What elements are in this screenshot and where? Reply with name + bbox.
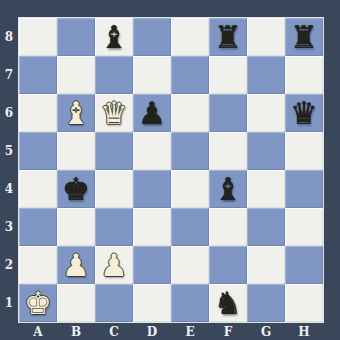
square-f4[interactable]: ♝ [209, 170, 247, 208]
square-c5[interactable] [95, 132, 133, 170]
square-f1[interactable]: ♞ [209, 284, 247, 322]
file-label-h: H [285, 324, 323, 340]
rank-label-6: 6 [0, 94, 18, 132]
square-b5[interactable] [57, 132, 95, 170]
chess-board: ♝♜♜♝♛♟♛♚♝♟♟♚♞ [19, 18, 323, 322]
square-f7[interactable] [209, 56, 247, 94]
square-g1[interactable] [247, 284, 285, 322]
square-a5[interactable] [19, 132, 57, 170]
square-a4[interactable] [19, 170, 57, 208]
square-f2[interactable] [209, 246, 247, 284]
white-pawn-icon[interactable]: ♟ [57, 246, 95, 284]
square-a3[interactable] [19, 208, 57, 246]
square-e7[interactable] [171, 56, 209, 94]
file-label-a: A [19, 324, 57, 340]
square-d6[interactable]: ♟ [133, 94, 171, 132]
square-d5[interactable] [133, 132, 171, 170]
square-d4[interactable] [133, 170, 171, 208]
square-f5[interactable] [209, 132, 247, 170]
white-king-icon[interactable]: ♚ [19, 284, 57, 322]
square-h2[interactable] [285, 246, 323, 284]
black-pawn-icon[interactable]: ♟ [133, 94, 171, 132]
black-rook-icon[interactable]: ♜ [285, 18, 323, 56]
chess-board-frame: 87654321 ♝♜♜♝♛♟♛♚♝♟♟♚♞ ABCDEFGH [0, 0, 340, 340]
rank-label-4: 4 [0, 170, 18, 208]
black-king-icon[interactable]: ♚ [57, 170, 95, 208]
chess-board-border: ♝♜♜♝♛♟♛♚♝♟♟♚♞ [18, 17, 324, 323]
square-c2[interactable]: ♟ [95, 246, 133, 284]
black-rook-icon[interactable]: ♜ [209, 18, 247, 56]
file-labels: ABCDEFGH [19, 324, 323, 340]
square-e5[interactable] [171, 132, 209, 170]
file-label-c: C [95, 324, 133, 340]
square-c8[interactable]: ♝ [95, 18, 133, 56]
square-e4[interactable] [171, 170, 209, 208]
square-g2[interactable] [247, 246, 285, 284]
rank-label-7: 7 [0, 56, 18, 94]
square-c3[interactable] [95, 208, 133, 246]
square-h6[interactable]: ♛ [285, 94, 323, 132]
square-d8[interactable] [133, 18, 171, 56]
square-a6[interactable] [19, 94, 57, 132]
rank-label-2: 2 [0, 246, 18, 284]
file-label-d: D [133, 324, 171, 340]
file-label-e: E [171, 324, 209, 340]
white-bishop-icon[interactable]: ♝ [57, 94, 95, 132]
square-d1[interactable] [133, 284, 171, 322]
square-c4[interactable] [95, 170, 133, 208]
square-a8[interactable] [19, 18, 57, 56]
square-d3[interactable] [133, 208, 171, 246]
rank-labels: 87654321 [0, 18, 18, 322]
square-a2[interactable] [19, 246, 57, 284]
black-bishop-icon[interactable]: ♝ [209, 170, 247, 208]
square-h5[interactable] [285, 132, 323, 170]
square-h1[interactable] [285, 284, 323, 322]
white-queen-icon[interactable]: ♛ [95, 94, 133, 132]
square-c1[interactable] [95, 284, 133, 322]
square-a7[interactable] [19, 56, 57, 94]
rank-label-3: 3 [0, 208, 18, 246]
square-g7[interactable] [247, 56, 285, 94]
square-h7[interactable] [285, 56, 323, 94]
square-e2[interactable] [171, 246, 209, 284]
square-e8[interactable] [171, 18, 209, 56]
square-h8[interactable]: ♜ [285, 18, 323, 56]
square-c6[interactable]: ♛ [95, 94, 133, 132]
rank-label-5: 5 [0, 132, 18, 170]
file-label-f: F [209, 324, 247, 340]
file-label-b: B [57, 324, 95, 340]
black-bishop-icon[interactable]: ♝ [95, 18, 133, 56]
square-f6[interactable] [209, 94, 247, 132]
square-c7[interactable] [95, 56, 133, 94]
square-d2[interactable] [133, 246, 171, 284]
black-queen-icon[interactable]: ♛ [285, 94, 323, 132]
square-b4[interactable]: ♚ [57, 170, 95, 208]
square-g6[interactable] [247, 94, 285, 132]
square-h3[interactable] [285, 208, 323, 246]
white-pawn-icon[interactable]: ♟ [95, 246, 133, 284]
square-b8[interactable] [57, 18, 95, 56]
square-h4[interactable] [285, 170, 323, 208]
square-e1[interactable] [171, 284, 209, 322]
square-b3[interactable] [57, 208, 95, 246]
square-a1[interactable]: ♚ [19, 284, 57, 322]
rank-label-8: 8 [0, 18, 18, 56]
square-g5[interactable] [247, 132, 285, 170]
square-e6[interactable] [171, 94, 209, 132]
square-f8[interactable]: ♜ [209, 18, 247, 56]
square-g4[interactable] [247, 170, 285, 208]
black-knight-icon[interactable]: ♞ [209, 284, 247, 322]
square-b1[interactable] [57, 284, 95, 322]
square-d7[interactable] [133, 56, 171, 94]
rank-label-1: 1 [0, 284, 18, 322]
square-b6[interactable]: ♝ [57, 94, 95, 132]
square-g8[interactable] [247, 18, 285, 56]
square-e3[interactable] [171, 208, 209, 246]
file-label-g: G [247, 324, 285, 340]
square-b2[interactable]: ♟ [57, 246, 95, 284]
square-b7[interactable] [57, 56, 95, 94]
square-g3[interactable] [247, 208, 285, 246]
square-f3[interactable] [209, 208, 247, 246]
